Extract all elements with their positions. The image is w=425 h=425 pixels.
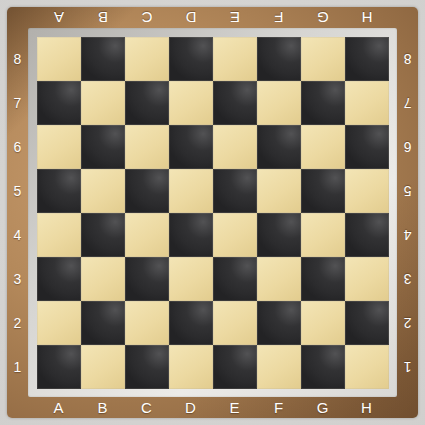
square-d4[interactable]	[169, 213, 213, 257]
square-e6[interactable]	[213, 125, 257, 169]
square-e7[interactable]	[213, 81, 257, 125]
square-d2[interactable]	[169, 301, 213, 345]
file-labels-top-label: H	[345, 7, 389, 28]
file-labels-bottom-label: G	[301, 397, 345, 418]
square-d6[interactable]	[169, 125, 213, 169]
square-a2[interactable]	[37, 301, 81, 345]
square-h5[interactable]	[345, 169, 389, 213]
rank-labels-right-label: 1	[397, 345, 418, 389]
square-e2[interactable]	[213, 301, 257, 345]
file-labels-bottom-label: F	[257, 397, 301, 418]
square-e1[interactable]	[213, 345, 257, 389]
square-h3[interactable]	[345, 257, 389, 301]
square-a7[interactable]	[37, 81, 81, 125]
square-e8[interactable]	[213, 37, 257, 81]
rank-labels-right-label: 5	[397, 169, 418, 213]
square-d7[interactable]	[169, 81, 213, 125]
square-b4[interactable]	[81, 213, 125, 257]
square-c5[interactable]	[125, 169, 169, 213]
square-f1[interactable]	[257, 345, 301, 389]
file-labels-bottom-label: D	[169, 397, 213, 418]
square-b5[interactable]	[81, 169, 125, 213]
rank-labels-right-label: 8	[397, 37, 418, 81]
rank-labels-left-label: 3	[7, 257, 28, 301]
square-c8[interactable]	[125, 37, 169, 81]
file-labels-top-label: E	[213, 7, 257, 28]
board	[37, 37, 389, 389]
square-e5[interactable]	[213, 169, 257, 213]
square-d1[interactable]	[169, 345, 213, 389]
square-f5[interactable]	[257, 169, 301, 213]
rank-labels-right: 87654321	[397, 37, 418, 389]
square-d3[interactable]	[169, 257, 213, 301]
square-h8[interactable]	[345, 37, 389, 81]
rank-labels-right-label: 3	[397, 257, 418, 301]
square-a5[interactable]	[37, 169, 81, 213]
rank-labels-left-label: 4	[7, 213, 28, 257]
rank-labels-right-label: 2	[397, 301, 418, 345]
file-labels-top-label: A	[37, 7, 81, 28]
square-c3[interactable]	[125, 257, 169, 301]
square-g4[interactable]	[301, 213, 345, 257]
file-labels-bottom: ABCDEFGH	[37, 397, 389, 418]
square-f7[interactable]	[257, 81, 301, 125]
square-g2[interactable]	[301, 301, 345, 345]
file-labels-bottom-label: H	[345, 397, 389, 418]
file-labels-bottom-label: E	[213, 397, 257, 418]
rank-labels-left-label: 1	[7, 345, 28, 389]
rank-labels-right-label: 6	[397, 125, 418, 169]
square-c2[interactable]	[125, 301, 169, 345]
square-h1[interactable]	[345, 345, 389, 389]
file-labels-top-label: C	[125, 7, 169, 28]
square-g5[interactable]	[301, 169, 345, 213]
rank-labels-left-label: 2	[7, 301, 28, 345]
rank-labels-right-label: 7	[397, 81, 418, 125]
file-labels-top-label: F	[257, 7, 301, 28]
square-g6[interactable]	[301, 125, 345, 169]
square-g1[interactable]	[301, 345, 345, 389]
rank-labels-left-label: 8	[7, 37, 28, 81]
square-f3[interactable]	[257, 257, 301, 301]
square-c4[interactable]	[125, 213, 169, 257]
rank-labels-left-label: 5	[7, 169, 28, 213]
square-f6[interactable]	[257, 125, 301, 169]
square-g3[interactable]	[301, 257, 345, 301]
file-labels-top-label: D	[169, 7, 213, 28]
square-c7[interactable]	[125, 81, 169, 125]
square-b1[interactable]	[81, 345, 125, 389]
square-c1[interactable]	[125, 345, 169, 389]
square-f8[interactable]	[257, 37, 301, 81]
square-h2[interactable]	[345, 301, 389, 345]
square-h7[interactable]	[345, 81, 389, 125]
file-labels-top: ABCDEFGH	[37, 7, 389, 28]
square-f2[interactable]	[257, 301, 301, 345]
square-h6[interactable]	[345, 125, 389, 169]
file-labels-top-label: B	[81, 7, 125, 28]
square-a1[interactable]	[37, 345, 81, 389]
square-e4[interactable]	[213, 213, 257, 257]
rank-labels-left-label: 6	[7, 125, 28, 169]
square-b7[interactable]	[81, 81, 125, 125]
square-d8[interactable]	[169, 37, 213, 81]
square-e3[interactable]	[213, 257, 257, 301]
rank-labels-left-label: 7	[7, 81, 28, 125]
square-g8[interactable]	[301, 37, 345, 81]
square-c6[interactable]	[125, 125, 169, 169]
rank-labels-left: 87654321	[7, 37, 28, 389]
square-a6[interactable]	[37, 125, 81, 169]
square-b6[interactable]	[81, 125, 125, 169]
square-b8[interactable]	[81, 37, 125, 81]
square-b2[interactable]	[81, 301, 125, 345]
file-labels-top-label: G	[301, 7, 345, 28]
square-a4[interactable]	[37, 213, 81, 257]
rank-labels-right-label: 4	[397, 213, 418, 257]
square-b3[interactable]	[81, 257, 125, 301]
file-labels-bottom-label: B	[81, 397, 125, 418]
file-labels-bottom-label: C	[125, 397, 169, 418]
square-a3[interactable]	[37, 257, 81, 301]
file-labels-bottom-label: A	[37, 397, 81, 418]
square-a8[interactable]	[37, 37, 81, 81]
square-d5[interactable]	[169, 169, 213, 213]
square-g7[interactable]	[301, 81, 345, 125]
chessboard-app: ABCDEFGH ABCDEFGH 87654321 87654321	[0, 0, 425, 425]
square-f4[interactable]	[257, 213, 301, 257]
square-h4[interactable]	[345, 213, 389, 257]
